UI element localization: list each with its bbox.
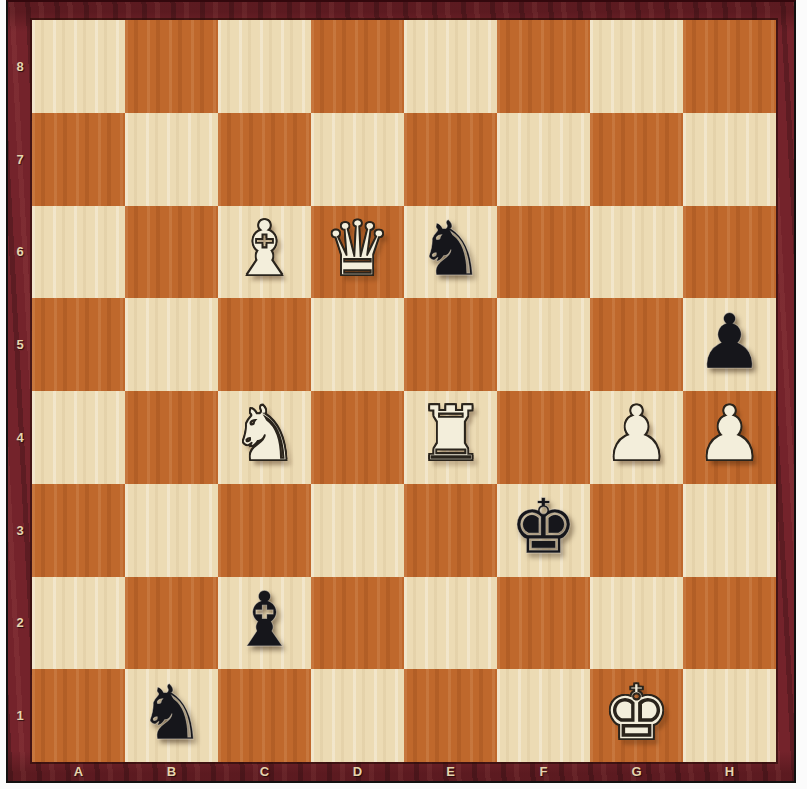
square-e4[interactable]: ♜ (404, 391, 497, 484)
square-g5[interactable] (590, 298, 683, 391)
rank-labels: 87654321 (8, 20, 32, 762)
rank-label-8: 8 (8, 20, 32, 113)
square-c8[interactable] (218, 20, 311, 113)
square-c1[interactable] (218, 669, 311, 762)
square-e7[interactable] (404, 113, 497, 206)
square-d3[interactable] (311, 484, 404, 577)
square-a3[interactable] (32, 484, 125, 577)
file-label-h: H (683, 762, 776, 781)
square-e1[interactable] (404, 669, 497, 762)
square-a1[interactable] (32, 669, 125, 762)
white-bishop-c6: ♝ (230, 211, 298, 287)
square-a7[interactable] (32, 113, 125, 206)
square-h7[interactable] (683, 113, 776, 206)
square-f6[interactable] (497, 206, 590, 299)
square-b2[interactable] (125, 577, 218, 670)
square-f2[interactable] (497, 577, 590, 670)
square-d8[interactable] (311, 20, 404, 113)
square-a5[interactable] (32, 298, 125, 391)
white-rook-e4: ♜ (416, 396, 484, 472)
square-b7[interactable] (125, 113, 218, 206)
square-b1[interactable]: ♞ (125, 669, 218, 762)
square-d2[interactable] (311, 577, 404, 670)
square-g6[interactable] (590, 206, 683, 299)
rank-label-1: 1 (8, 669, 32, 762)
square-c3[interactable] (218, 484, 311, 577)
square-e2[interactable] (404, 577, 497, 670)
file-label-e: E (404, 762, 497, 781)
square-e5[interactable] (404, 298, 497, 391)
square-b4[interactable] (125, 391, 218, 484)
square-g3[interactable] (590, 484, 683, 577)
black-bishop-c2: ♝ (230, 582, 298, 658)
black-pawn-h5: ♟ (695, 304, 763, 380)
square-b5[interactable] (125, 298, 218, 391)
square-h8[interactable] (683, 20, 776, 113)
square-c5[interactable] (218, 298, 311, 391)
square-g2[interactable] (590, 577, 683, 670)
black-king-f3: ♚ (509, 489, 577, 565)
square-b3[interactable] (125, 484, 218, 577)
square-d5[interactable] (311, 298, 404, 391)
white-pawn-g4: ♟ (602, 396, 670, 472)
file-label-f: F (497, 762, 590, 781)
square-e8[interactable] (404, 20, 497, 113)
square-h6[interactable] (683, 206, 776, 299)
page: 87654321 ♝♛♞♟♞♜♟♟♚♝♞♚ ABCDEFGH (0, 0, 807, 789)
rank-label-7: 7 (8, 113, 32, 206)
square-d4[interactable] (311, 391, 404, 484)
rank-label-4: 4 (8, 391, 32, 484)
square-f8[interactable] (497, 20, 590, 113)
file-labels: ABCDEFGH (32, 762, 776, 781)
square-e6[interactable]: ♞ (404, 206, 497, 299)
square-c7[interactable] (218, 113, 311, 206)
rank-label-5: 5 (8, 298, 32, 391)
square-h2[interactable] (683, 577, 776, 670)
file-label-b: B (125, 762, 218, 781)
square-c4[interactable]: ♞ (218, 391, 311, 484)
file-label-c: C (218, 762, 311, 781)
square-d1[interactable] (311, 669, 404, 762)
file-label-d: D (311, 762, 404, 781)
file-label-g: G (590, 762, 683, 781)
square-b6[interactable] (125, 206, 218, 299)
square-f1[interactable] (497, 669, 590, 762)
square-a6[interactable] (32, 206, 125, 299)
square-f7[interactable] (497, 113, 590, 206)
square-c2[interactable]: ♝ (218, 577, 311, 670)
square-h4[interactable]: ♟ (683, 391, 776, 484)
square-c6[interactable]: ♝ (218, 206, 311, 299)
black-knight-e6: ♞ (416, 211, 484, 287)
square-a4[interactable] (32, 391, 125, 484)
square-a2[interactable] (32, 577, 125, 670)
square-e3[interactable] (404, 484, 497, 577)
white-knight-c4: ♞ (230, 396, 298, 472)
square-a8[interactable] (32, 20, 125, 113)
rank-label-6: 6 (8, 206, 32, 299)
board-frame: 87654321 ♝♛♞♟♞♜♟♟♚♝♞♚ ABCDEFGH (6, 0, 796, 783)
square-h1[interactable] (683, 669, 776, 762)
square-f5[interactable] (497, 298, 590, 391)
white-pawn-h4: ♟ (695, 396, 763, 472)
white-queen-d6: ♛ (323, 211, 391, 287)
square-d7[interactable] (311, 113, 404, 206)
square-h3[interactable] (683, 484, 776, 577)
square-h5[interactable]: ♟ (683, 298, 776, 391)
rank-label-3: 3 (8, 484, 32, 577)
file-label-a: A (32, 762, 125, 781)
chess-board: ♝♛♞♟♞♜♟♟♚♝♞♚ (32, 20, 776, 762)
square-g4[interactable]: ♟ (590, 391, 683, 484)
square-b8[interactable] (125, 20, 218, 113)
square-g7[interactable] (590, 113, 683, 206)
white-king-g1: ♚ (602, 675, 670, 751)
square-g8[interactable] (590, 20, 683, 113)
rank-label-2: 2 (8, 577, 32, 670)
square-g1[interactable]: ♚ (590, 669, 683, 762)
square-f3[interactable]: ♚ (497, 484, 590, 577)
square-f4[interactable] (497, 391, 590, 484)
square-d6[interactable]: ♛ (311, 206, 404, 299)
black-knight-b1: ♞ (137, 675, 205, 751)
